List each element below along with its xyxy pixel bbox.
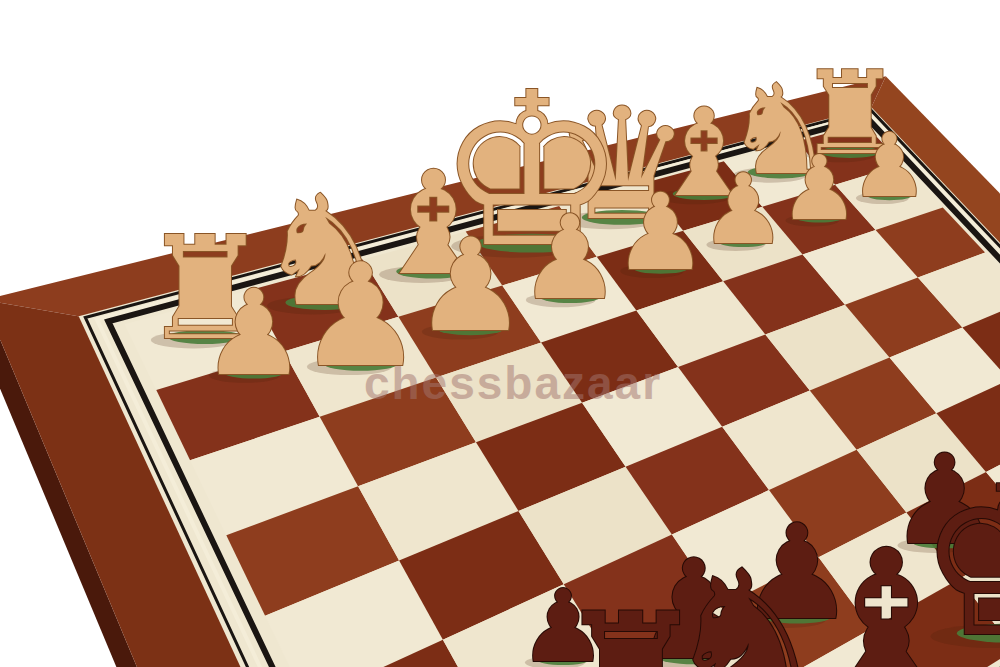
white-pawn-e2: ♟ [518, 190, 622, 325]
white-pawn-h2: ♟ [201, 264, 307, 402]
pawn-glyph: ♟ [780, 136, 860, 240]
black-rook-h8: ♜ [554, 576, 708, 667]
pawn-glyph: ♟ [201, 264, 307, 402]
white-pawn-c2: ♟ [700, 153, 787, 266]
pawn-glyph: ♟ [613, 171, 708, 294]
white-pawn-d2: ♟ [613, 171, 708, 294]
pawn-glyph: ♟ [413, 211, 528, 360]
pawn-glyph: ♟ [850, 114, 929, 217]
pawn-glyph: ♟ [518, 190, 622, 325]
white-pawn-b2: ♟ [780, 136, 860, 240]
chess-product-photo: chessbazaar ♜♞♝♛♚♝♞♜♟♟♟♟♟♟♟♟♟♟♟♟♚♝♞♜ [0, 0, 1000, 667]
pawn-glyph: ♟ [700, 153, 787, 266]
white-pawn-a2: ♟ [850, 114, 929, 217]
pawn-glyph: ♟ [297, 233, 424, 398]
board-scene: chessbazaar ♜♞♝♛♚♝♞♜♟♟♟♟♟♟♟♟♟♟♟♟♚♝♞♜ [0, 0, 1000, 667]
rook-glyph: ♜ [554, 576, 708, 667]
white-pawn-g2: ♟ [297, 233, 424, 398]
white-pawn-f2: ♟ [413, 211, 528, 360]
